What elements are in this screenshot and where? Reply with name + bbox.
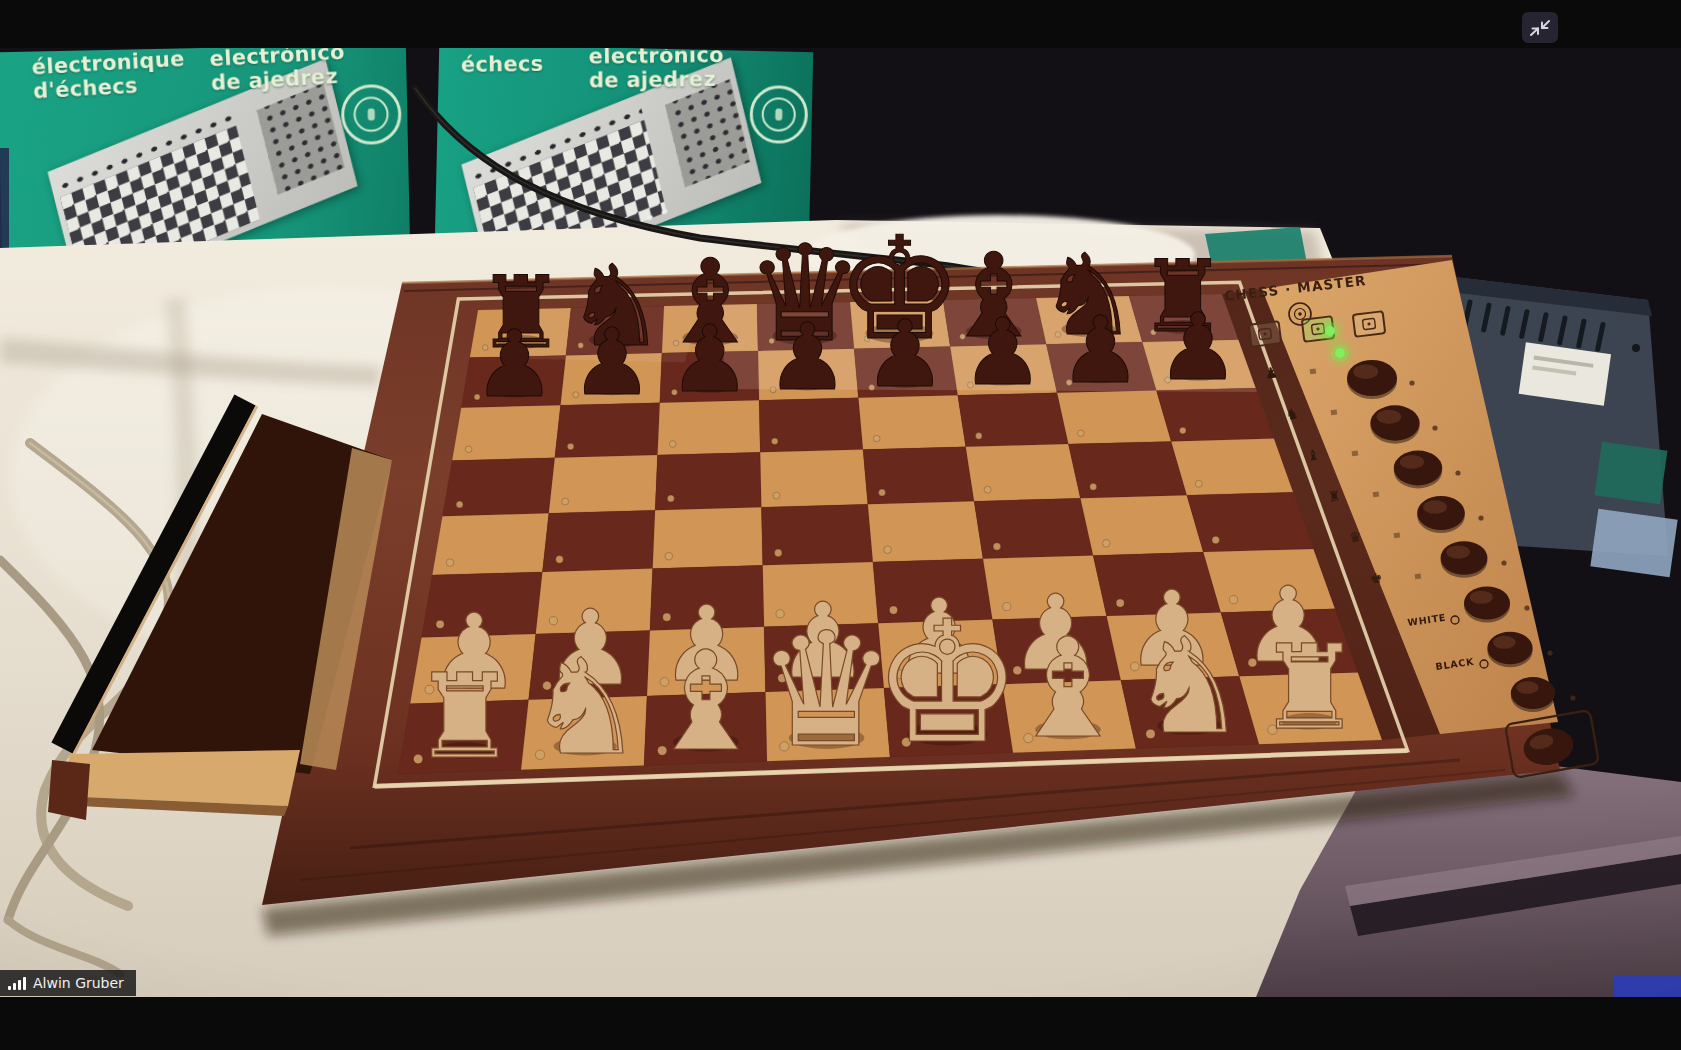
panel-piece-symbol-4: ♛: [1348, 528, 1362, 546]
piece-white-bishop-f1: ♝: [1007, 609, 1130, 768]
panel-round-button-1: [1347, 360, 1397, 399]
piece-black-pawn-g7: ♟: [1059, 297, 1141, 404]
piece-black-pawn-b7: ♟: [571, 309, 653, 416]
panel-round-button-5: [1441, 541, 1488, 578]
square-h4: [1187, 492, 1314, 552]
panel-led-unlit: [1331, 409, 1338, 415]
function-button-1: [1249, 321, 1281, 346]
square-h5: [1171, 439, 1293, 496]
square-sensor-dot: [667, 495, 674, 502]
piece-black-pawn-h7: ♟: [1157, 294, 1239, 401]
panel-piece-symbol-1: ♞: [1285, 404, 1300, 423]
square-sensor-dot: [1212, 536, 1220, 544]
panel-piece-symbol-2: ♝: [1306, 446, 1321, 464]
exit-fullscreen-button[interactable]: [1522, 12, 1558, 43]
panel-led-unlit: [1352, 450, 1359, 456]
piece-black-pawn-d7: ♟: [766, 304, 848, 411]
panel-round-button-4: [1417, 496, 1465, 533]
square-sensor-dot: [567, 443, 574, 450]
square-sensor-dot: [1090, 483, 1097, 490]
square-sensor-dot: [1116, 599, 1124, 607]
piece-white-knight-g1: ♞: [1130, 609, 1248, 763]
square-sensor-dot: [1078, 430, 1085, 437]
piece-white-bishop-c1: ♝: [644, 622, 767, 781]
panel-led-unlit: [1373, 491, 1380, 497]
piece-white-rook-h1: ♜: [1257, 619, 1362, 756]
square-sensor-dot: [1180, 427, 1187, 434]
exit-fullscreen-icon: [1528, 17, 1552, 39]
signal-bars-icon: [8, 976, 26, 990]
square-g4: [1080, 495, 1203, 555]
piece-black-pawn-e7: ♟: [864, 301, 946, 408]
square-g5: [1068, 441, 1186, 498]
piece-black-pawn-c7: ♟: [668, 306, 750, 413]
panel-piece-symbol-3: ♜: [1327, 487, 1342, 505]
piece-white-knight-b1: ♞: [526, 630, 644, 784]
panel-led-unlit: [1394, 532, 1401, 538]
square-sensor-dot: [976, 433, 983, 440]
square-sensor-dot: [773, 492, 780, 499]
square-sensor-dot: [879, 489, 886, 496]
panel-piece-symbol-0: ♟: [1263, 363, 1279, 383]
square-sensor-dot: [771, 438, 778, 445]
panel-round-button-6: [1464, 587, 1510, 623]
status-led-2: [1326, 339, 1354, 367]
piece-white-king-e1: ♚: [872, 585, 1023, 781]
panel-round-button-8: [1511, 677, 1555, 712]
square-sensor-dot: [562, 498, 569, 505]
square-sensor-dot: [884, 546, 892, 554]
square-sensor-dot: [465, 446, 472, 453]
panel-led-unlit: [1310, 368, 1317, 374]
photo-scene: ♜♞♝♛♚♝♞♜♟♟♟♟♟♟♟♟♟♟♟♟♟♟♟♟♜♞♝♛♚♝♞♜CHESS · …: [0, 48, 1681, 997]
square-f4: [974, 498, 1093, 559]
square-sensor-dot: [873, 435, 880, 442]
panel-round-button-7: [1487, 632, 1532, 667]
panel-round-button-3: [1394, 451, 1442, 489]
drawer-foot: [48, 760, 90, 820]
participant-name: Alwin Gruber: [33, 975, 124, 991]
piece-black-pawn-a7: ♟: [473, 311, 555, 418]
square-sensor-dot: [774, 549, 782, 557]
square-sensor-dot: [1103, 540, 1111, 548]
square-sensor-dot: [984, 486, 991, 493]
bottom-right-object: [1614, 976, 1681, 997]
square-sensor-dot: [665, 552, 673, 560]
participant-name-label: Alwin Gruber: [0, 970, 136, 996]
panel-round-button-2: [1370, 405, 1419, 443]
square-sensor-dot: [556, 556, 564, 564]
panel-led-unlit: [1415, 573, 1422, 579]
square-sensor-dot: [446, 559, 454, 567]
square-sensor-dot: [456, 501, 463, 508]
square-sensor-dot: [1229, 596, 1237, 604]
square-sensor-dot: [669, 441, 676, 448]
function-button-3: [1353, 311, 1385, 336]
panel-piece-symbol-5: ♚: [1369, 569, 1383, 587]
square-sensor-dot: [1195, 480, 1202, 487]
square-sensor-dot: [993, 543, 1001, 551]
piece-white-rook-a1: ♜: [412, 648, 517, 785]
video-frame: électronique d'échecs electrónico de aje…: [0, 48, 1681, 997]
piece-black-pawn-f7: ♟: [961, 299, 1043, 406]
square-f5: [966, 444, 1081, 501]
